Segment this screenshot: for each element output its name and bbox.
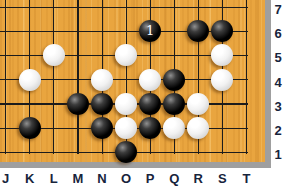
- stone-black-P3: [139, 93, 161, 115]
- stone-black-P2: [139, 117, 161, 139]
- go-board[interactable]: 1: [0, 0, 271, 168]
- column-label-O: O: [116, 170, 136, 188]
- column-label-P: P: [140, 170, 160, 188]
- move-number-label: 1: [139, 20, 161, 42]
- stone-white-K4: [19, 69, 41, 91]
- go-app-screen: 1 JKLMNOPQRST7654321: [0, 0, 284, 188]
- stone-white-O2: [115, 117, 137, 139]
- column-label-L: L: [44, 170, 64, 188]
- row-label-3: 3: [270, 98, 284, 116]
- row-label-1: 1: [270, 146, 284, 164]
- row-label-5: 5: [270, 49, 284, 67]
- row-label-7: 7: [270, 1, 284, 19]
- stone-white-O3: [115, 93, 137, 115]
- column-label-Q: Q: [164, 170, 184, 188]
- stone-black-K2: [19, 117, 41, 139]
- column-label-K: K: [20, 170, 40, 188]
- column-label-M: M: [68, 170, 88, 188]
- stone-black-M3: [67, 93, 89, 115]
- column-label-J: J: [0, 170, 16, 188]
- stone-black-Q3: [163, 93, 185, 115]
- stone-black-O1: [115, 141, 137, 163]
- row-label-2: 2: [270, 122, 284, 140]
- stone-white-S4: [211, 69, 233, 91]
- row-label-4: 4: [270, 74, 284, 92]
- stone-black-N2: [91, 117, 113, 139]
- column-label-N: N: [92, 170, 112, 188]
- column-label-R: R: [188, 170, 208, 188]
- stone-black-Q4: [163, 69, 185, 91]
- stone-black-N3: [91, 93, 113, 115]
- row-label-6: 6: [270, 25, 284, 43]
- stone-black-P6: 1: [139, 20, 161, 42]
- stone-white-P4: [139, 69, 161, 91]
- stone-white-L5: [43, 44, 65, 66]
- column-label-S: S: [212, 170, 232, 188]
- column-label-T: T: [237, 170, 257, 188]
- stone-white-R3: [187, 93, 209, 115]
- stone-white-N4: [91, 69, 113, 91]
